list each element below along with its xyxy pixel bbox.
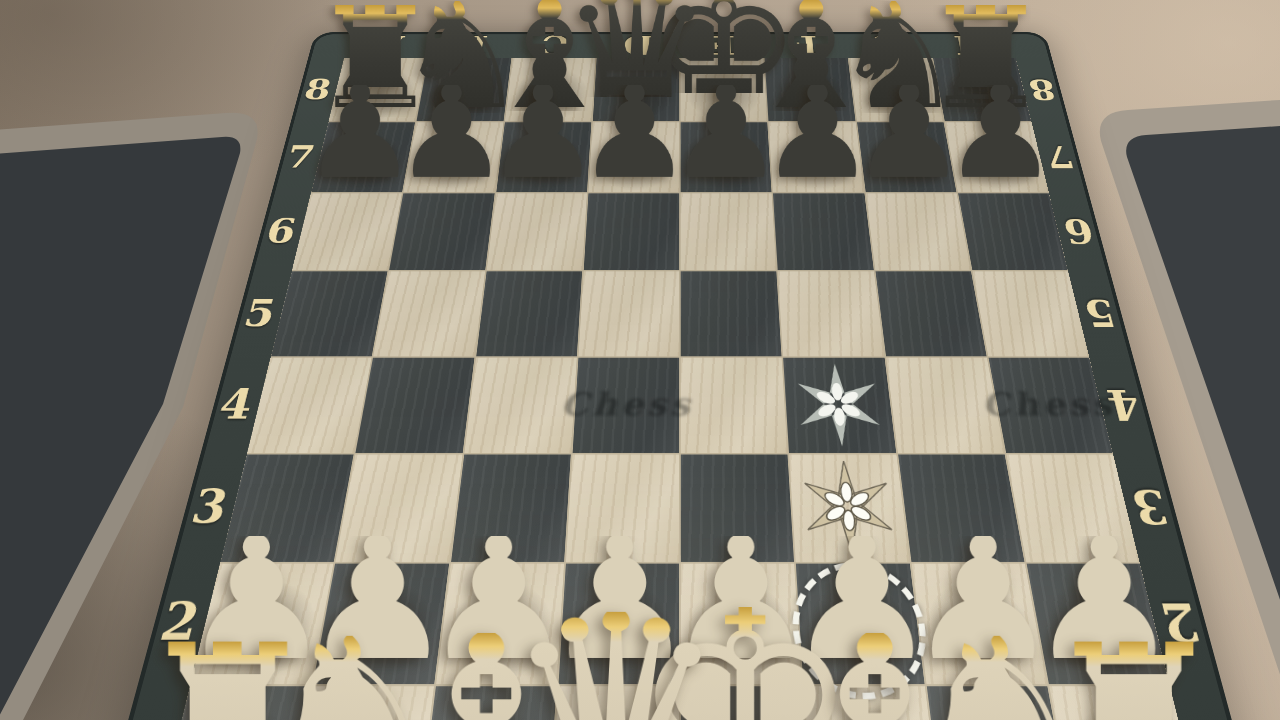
- chess-board: 8877665544332211AABBCCDDEEFFGGHH ChessCh…: [82, 32, 1278, 720]
- board-maker-etching: Chess: [979, 386, 1119, 422]
- black-pawn-h7[interactable]: ♟: [865, 85, 1136, 182]
- rank-label-left-5: 5: [239, 291, 280, 335]
- board-maker-etching: Chess: [560, 386, 694, 422]
- rank-label-left-6: 6: [262, 211, 300, 250]
- move-target-star[interactable]: [787, 361, 892, 450]
- chess-app-screen: 8877665544332211AABBCCDDEEFFGGHH ChessCh…: [0, 0, 1280, 720]
- white-rook-h1[interactable]: ♜: [941, 642, 1280, 720]
- rank-label-left-4: 4: [214, 380, 258, 429]
- rank-label-right-6: 6: [1060, 211, 1098, 250]
- white-queen-d1[interactable]: ♛: [423, 612, 807, 720]
- rank-label-right-5: 5: [1080, 291, 1121, 335]
- board-scene: 8877665544332211AABBCCDDEEFFGGHH ChessCh…: [0, 0, 1280, 720]
